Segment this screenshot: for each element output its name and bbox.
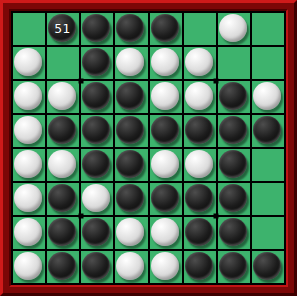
star-point: [214, 213, 219, 218]
black-disc: [219, 218, 247, 246]
square-c1[interactable]: [81, 13, 113, 45]
white-disc: [14, 116, 42, 144]
black-disc: [219, 150, 247, 178]
square-f2[interactable]: [184, 47, 216, 79]
black-disc: [185, 116, 213, 144]
black-disc: [151, 116, 179, 144]
square-f5[interactable]: [184, 149, 216, 181]
black-disc: [116, 150, 144, 178]
white-disc: [48, 150, 76, 178]
black-disc: [116, 184, 144, 212]
square-e5[interactable]: [150, 149, 182, 181]
white-disc: [82, 184, 110, 212]
board-frame: 51: [0, 0, 297, 296]
black-disc: [116, 116, 144, 144]
black-disc: [253, 252, 281, 280]
black-disc: [82, 14, 110, 42]
white-disc: [48, 82, 76, 110]
square-b6[interactable]: [47, 183, 79, 215]
square-a8[interactable]: [13, 251, 45, 283]
white-disc: [253, 82, 281, 110]
square-b7[interactable]: [47, 217, 79, 249]
black-disc: [116, 14, 144, 42]
white-disc: [14, 184, 42, 212]
square-c8[interactable]: [81, 251, 113, 283]
square-d7[interactable]: [115, 217, 147, 249]
square-b1[interactable]: 51: [47, 13, 79, 45]
black-disc: 51: [48, 14, 76, 42]
square-g4[interactable]: [218, 115, 250, 147]
black-disc: [48, 252, 76, 280]
white-disc: [219, 14, 247, 42]
square-b4[interactable]: [47, 115, 79, 147]
white-disc: [116, 48, 144, 76]
square-h8[interactable]: [252, 251, 284, 283]
white-disc: [116, 252, 144, 280]
white-disc: [151, 252, 179, 280]
square-a7[interactable]: [13, 217, 45, 249]
black-disc: [185, 218, 213, 246]
square-a2[interactable]: [13, 47, 45, 79]
square-g5[interactable]: [218, 149, 250, 181]
square-b2[interactable]: [47, 47, 79, 79]
square-f6[interactable]: [184, 183, 216, 215]
square-d4[interactable]: [115, 115, 147, 147]
white-disc: [14, 48, 42, 76]
black-disc: [48, 184, 76, 212]
white-disc: [14, 218, 42, 246]
black-disc: [219, 252, 247, 280]
white-disc: [151, 48, 179, 76]
square-c5[interactable]: [81, 149, 113, 181]
black-disc: [82, 116, 110, 144]
black-disc: [219, 82, 247, 110]
square-c6[interactable]: [81, 183, 113, 215]
square-f7[interactable]: [184, 217, 216, 249]
square-g2[interactable]: [218, 47, 250, 79]
black-disc: [82, 82, 110, 110]
square-c2[interactable]: [81, 47, 113, 79]
square-c4[interactable]: [81, 115, 113, 147]
square-d1[interactable]: [115, 13, 147, 45]
square-e4[interactable]: [150, 115, 182, 147]
board: 51: [11, 11, 286, 285]
square-a4[interactable]: [13, 115, 45, 147]
black-disc: [82, 48, 110, 76]
black-disc: [48, 218, 76, 246]
white-disc: [14, 150, 42, 178]
square-a3[interactable]: [13, 81, 45, 113]
black-disc: [185, 184, 213, 212]
square-h3[interactable]: [252, 81, 284, 113]
square-d3[interactable]: [115, 81, 147, 113]
square-f4[interactable]: [184, 115, 216, 147]
black-disc: [48, 116, 76, 144]
board-frame-inner-bevel: 51: [9, 9, 288, 287]
black-disc: [253, 116, 281, 144]
white-disc: [151, 218, 179, 246]
square-h2[interactable]: [252, 47, 284, 79]
square-b3[interactable]: [47, 81, 79, 113]
square-d8[interactable]: [115, 251, 147, 283]
square-d2[interactable]: [115, 47, 147, 79]
square-h1[interactable]: [252, 13, 284, 45]
square-d6[interactable]: [115, 183, 147, 215]
square-f1[interactable]: [184, 13, 216, 45]
square-g7[interactable]: [218, 217, 250, 249]
square-g8[interactable]: [218, 251, 250, 283]
white-disc: [116, 218, 144, 246]
square-g1[interactable]: [218, 13, 250, 45]
square-e2[interactable]: [150, 47, 182, 79]
move-number-label: 51: [54, 22, 70, 35]
square-h7[interactable]: [252, 217, 284, 249]
black-disc: [219, 116, 247, 144]
white-disc: [185, 82, 213, 110]
white-disc: [185, 48, 213, 76]
square-e3[interactable]: [150, 81, 182, 113]
square-c7[interactable]: [81, 217, 113, 249]
square-h6[interactable]: [252, 183, 284, 215]
square-a5[interactable]: [13, 149, 45, 181]
black-disc: [185, 252, 213, 280]
square-h4[interactable]: [252, 115, 284, 147]
black-disc: [116, 82, 144, 110]
square-a6[interactable]: [13, 183, 45, 215]
white-disc: [151, 82, 179, 110]
black-disc: [82, 252, 110, 280]
black-disc: [219, 184, 247, 212]
square-e8[interactable]: [150, 251, 182, 283]
white-disc: [151, 150, 179, 178]
white-disc: [185, 150, 213, 178]
black-disc: [151, 14, 179, 42]
white-disc: [14, 252, 42, 280]
black-disc: [151, 184, 179, 212]
square-f3[interactable]: [184, 81, 216, 113]
star-point: [214, 78, 219, 83]
square-e6[interactable]: [150, 183, 182, 215]
square-h5[interactable]: [252, 149, 284, 181]
black-disc: [82, 150, 110, 178]
square-b5[interactable]: [47, 149, 79, 181]
square-b8[interactable]: [47, 251, 79, 283]
star-point: [78, 213, 83, 218]
square-a1[interactable]: [13, 13, 45, 45]
square-e1[interactable]: [150, 13, 182, 45]
square-e7[interactable]: [150, 217, 182, 249]
black-disc: [82, 218, 110, 246]
square-f8[interactable]: [184, 251, 216, 283]
white-disc: [14, 82, 42, 110]
square-d5[interactable]: [115, 149, 147, 181]
square-g6[interactable]: [218, 183, 250, 215]
othello-app: 51: [0, 0, 297, 296]
square-c3[interactable]: [81, 81, 113, 113]
star-point: [78, 78, 83, 83]
square-g3[interactable]: [218, 81, 250, 113]
